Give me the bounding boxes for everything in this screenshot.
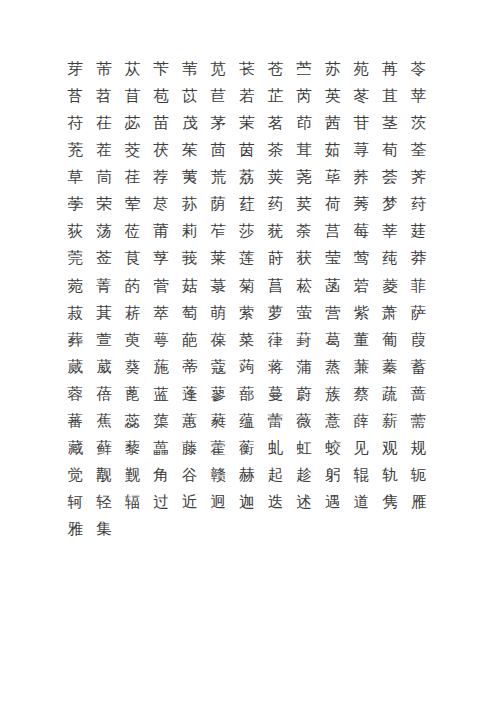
grid-cell: 苓 <box>404 56 433 83</box>
grid-cell: 藏 <box>61 435 90 462</box>
character-grid: 芽芾苁苄苇苋苌苍苎苏苑苒苓苔苕苜苞苡苣若芷芮英苳苴苹苻茌苾苗茂茅茉茗茚茜苷茎茨茺… <box>61 56 433 544</box>
grid-cell: 紫 <box>347 300 376 327</box>
grid-cell: 隽 <box>376 490 405 517</box>
grid-cell: 董 <box>347 327 376 354</box>
grid-cell: 菇 <box>175 273 204 300</box>
grid-cell: 菡 <box>318 273 347 300</box>
grid-cell: 莒 <box>318 219 347 246</box>
grid-cell <box>175 517 204 544</box>
grid-cell: 藤 <box>175 435 204 462</box>
grid-cell <box>233 517 262 544</box>
grid-cell: 茜 <box>318 110 347 137</box>
grid-cell: 蘅 <box>233 435 262 462</box>
grid-cell: 苴 <box>376 83 405 110</box>
grid-cell: 萨 <box>404 300 433 327</box>
grid-cell: 梦 <box>376 191 405 218</box>
grid-cell: 茉 <box>233 110 262 137</box>
grid-cell: 荐 <box>147 164 176 191</box>
grid-cell <box>261 517 290 544</box>
grid-cell: 莛 <box>404 219 433 246</box>
grid-cell: 蔀 <box>233 381 262 408</box>
grid-cell: 葭 <box>404 327 433 354</box>
grid-cell: 莘 <box>376 219 405 246</box>
grid-cell: 雁 <box>404 490 433 517</box>
grid-cell: 萦 <box>233 300 262 327</box>
grid-cell: 荀 <box>376 137 405 164</box>
grid-cell: 苻 <box>61 110 90 137</box>
grid-cell: 茯 <box>147 137 176 164</box>
grid-cell: 葆 <box>204 327 233 354</box>
grid-cell: 虹 <box>290 435 319 462</box>
grid-cell: 草 <box>61 164 90 191</box>
grid-cell: 苁 <box>118 56 147 83</box>
grid-cell: 苕 <box>90 83 119 110</box>
grid-cell: 荭 <box>233 191 262 218</box>
grid-cell: 蕊 <box>118 408 147 435</box>
grid-cell: 荜 <box>318 164 347 191</box>
grid-cell: 茗 <box>261 110 290 137</box>
grid-cell <box>204 517 233 544</box>
grid-cell: 茸 <box>290 137 319 164</box>
grid-cell: 菀 <box>61 273 90 300</box>
grid-cell: 荬 <box>290 191 319 218</box>
grid-cell: 菲 <box>404 273 433 300</box>
grid-cell: 蕴 <box>233 408 262 435</box>
grid-cell: 蒲 <box>290 354 319 381</box>
grid-cell: 苍 <box>261 56 290 83</box>
grid-cell: 觏 <box>90 462 119 489</box>
grid-cell: 蔚 <box>290 381 319 408</box>
grid-cell: 苇 <box>175 56 204 83</box>
grid-cell: 观 <box>376 435 405 462</box>
grid-cell: 荛 <box>290 164 319 191</box>
grid-cell: 苒 <box>376 56 405 83</box>
grid-cell: 过 <box>147 490 176 517</box>
grid-cell: 萁 <box>90 300 119 327</box>
grid-cell: 萼 <box>147 327 176 354</box>
grid-cell: 荸 <box>61 191 90 218</box>
grid-cell: 葛 <box>318 327 347 354</box>
grid-cell: 菊 <box>233 273 262 300</box>
grid-cell: 苾 <box>118 110 147 137</box>
grid-cell: 蓖 <box>118 381 147 408</box>
grid-cell: 茺 <box>61 137 90 164</box>
grid-cell: 趁 <box>290 462 319 489</box>
grid-cell: 辐 <box>118 490 147 517</box>
grid-cell: 葹 <box>147 354 176 381</box>
grid-cell: 蔷 <box>404 381 433 408</box>
grid-cell: 菂 <box>118 273 147 300</box>
grid-cell: 蒂 <box>175 354 204 381</box>
grid-cell: 蒇 <box>61 354 90 381</box>
grid-cell: 辊 <box>347 462 376 489</box>
grid-cell: 起 <box>261 462 290 489</box>
grid-cell: 薇 <box>290 408 319 435</box>
grid-cell: 莞 <box>61 246 90 273</box>
grid-cell: 苌 <box>233 56 262 83</box>
grid-cell: 芽 <box>61 56 90 83</box>
grid-cell: 蓓 <box>90 381 119 408</box>
grid-cell: 药 <box>261 191 290 218</box>
grid-cell: 莳 <box>261 246 290 273</box>
grid-cell: 获 <box>290 246 319 273</box>
grid-cell: 规 <box>404 435 433 462</box>
grid-cell: 芷 <box>261 83 290 110</box>
grid-cell: 荃 <box>404 137 433 164</box>
grid-cell: 藿 <box>204 435 233 462</box>
grid-cell: 萸 <box>118 327 147 354</box>
grid-cell: 苜 <box>118 83 147 110</box>
grid-cell: 蓁 <box>376 354 405 381</box>
grid-cell: 道 <box>347 490 376 517</box>
grid-cell: 苞 <box>147 83 176 110</box>
grid-cell: 葑 <box>290 327 319 354</box>
grid-cell: 觉 <box>61 462 90 489</box>
grid-cell: 蔟 <box>318 381 347 408</box>
grid-cell: 莩 <box>147 246 176 273</box>
grid-cell: 迦 <box>233 490 262 517</box>
grid-cell: 菥 <box>118 300 147 327</box>
grid-cell <box>376 517 405 544</box>
grid-cell: 荨 <box>347 137 376 164</box>
grid-cell: 薷 <box>404 408 433 435</box>
grid-cell: 荼 <box>290 219 319 246</box>
grid-cell: 茛 <box>118 246 147 273</box>
grid-cell: 莅 <box>118 219 147 246</box>
grid-cell: 茵 <box>233 137 262 164</box>
grid-cell: 苄 <box>147 56 176 83</box>
grid-cell: 莸 <box>261 219 290 246</box>
grid-cell: 萱 <box>90 327 119 354</box>
grid-cell: 莱 <box>204 246 233 273</box>
grid-cell: 荩 <box>147 191 176 218</box>
grid-cell <box>147 517 176 544</box>
grid-cell: 薏 <box>318 408 347 435</box>
grid-cell: 荚 <box>261 164 290 191</box>
grid-cell: 荑 <box>175 164 204 191</box>
grid-cell: 菉 <box>204 273 233 300</box>
grid-cell: 近 <box>175 490 204 517</box>
grid-cell: 菜 <box>233 327 262 354</box>
grid-cell: 苷 <box>347 110 376 137</box>
grid-cell: 荤 <box>118 191 147 218</box>
grid-cell <box>318 517 347 544</box>
grid-cell: 蓉 <box>61 381 90 408</box>
grid-cell: 觐 <box>118 462 147 489</box>
grid-cell: 荷 <box>318 191 347 218</box>
grid-cell: 若 <box>233 83 262 110</box>
grid-cell: 芾 <box>90 56 119 83</box>
grid-cell: 苳 <box>347 83 376 110</box>
grid-cell: 葩 <box>175 327 204 354</box>
grid-cell: 苋 <box>204 56 233 83</box>
grid-cell: 菘 <box>290 273 319 300</box>
grid-cell: 薪 <box>376 408 405 435</box>
grid-cell: 雅 <box>61 517 90 544</box>
grid-cell: 荫 <box>204 191 233 218</box>
grid-cell: 葵 <box>118 354 147 381</box>
grid-cell: 葡 <box>376 327 405 354</box>
grid-cell: 遇 <box>318 490 347 517</box>
grid-cell: 荔 <box>233 164 262 191</box>
grid-cell: 迭 <box>261 490 290 517</box>
grid-cell: 蒹 <box>347 354 376 381</box>
grid-cell: 茼 <box>90 164 119 191</box>
grid-cell: 蕙 <box>175 408 204 435</box>
grid-cell: 萧 <box>376 300 405 327</box>
grid-cell: 轭 <box>404 462 433 489</box>
grid-cell: 轨 <box>376 462 405 489</box>
grid-cell: 萝 <box>261 300 290 327</box>
grid-cell: 苎 <box>290 56 319 83</box>
grid-cell: 茌 <box>90 110 119 137</box>
grid-cell: 轻 <box>90 490 119 517</box>
grid-cell: 薛 <box>347 408 376 435</box>
grid-cell: 藓 <box>90 435 119 462</box>
grid-cell: 茬 <box>90 137 119 164</box>
grid-cell: 蕃 <box>61 408 90 435</box>
grid-cell: 蒟 <box>233 354 262 381</box>
grid-cell: 茴 <box>204 137 233 164</box>
grid-cell: 蓼 <box>204 381 233 408</box>
grid-cell: 蔬 <box>376 381 405 408</box>
grid-cell: 茭 <box>118 137 147 164</box>
grid-cell: 蕖 <box>147 408 176 435</box>
grid-cell: 葳 <box>90 354 119 381</box>
grid-cell: 茂 <box>175 110 204 137</box>
grid-cell: 荪 <box>175 191 204 218</box>
grid-cell: 莹 <box>318 246 347 273</box>
grid-cell: 萄 <box>175 300 204 327</box>
grid-cell: 荠 <box>404 164 433 191</box>
grid-cell: 蓬 <box>175 381 204 408</box>
grid-cell: 莶 <box>90 246 119 273</box>
grid-cell: 蔡 <box>347 381 376 408</box>
grid-cell: 菪 <box>347 273 376 300</box>
grid-cell: 苡 <box>175 83 204 110</box>
grid-cell: 荟 <box>376 164 405 191</box>
grid-cell: 蒋 <box>261 354 290 381</box>
grid-cell: 菽 <box>61 300 90 327</box>
grid-cell <box>347 517 376 544</box>
grid-cell: 蓄 <box>404 354 433 381</box>
grid-cell: 茹 <box>318 137 347 164</box>
grid-cell: 英 <box>318 83 347 110</box>
grid-cell: 莲 <box>233 246 262 273</box>
grid-cell: 莓 <box>347 219 376 246</box>
grid-cell: 藟 <box>147 435 176 462</box>
grid-cell: 述 <box>290 490 319 517</box>
grid-cell: 萃 <box>147 300 176 327</box>
grid-cell: 赫 <box>233 462 262 489</box>
grid-cell: 谷 <box>175 462 204 489</box>
grid-cell: 萌 <box>204 300 233 327</box>
grid-cell: 茨 <box>404 110 433 137</box>
grid-cell: 莉 <box>175 219 204 246</box>
grid-cell: 莽 <box>404 246 433 273</box>
grid-cell: 莺 <box>347 246 376 273</box>
grid-cell: 菖 <box>261 273 290 300</box>
grid-cell: 菁 <box>90 273 119 300</box>
grid-cell: 茅 <box>204 110 233 137</box>
grid-cell: 集 <box>90 517 119 544</box>
grid-cell: 藜 <box>118 435 147 462</box>
grid-cell: 荏 <box>118 164 147 191</box>
document-page: 芽芾苁苄苇苋苌苍苎苏苑苒苓苔苕苜苞苡苣若芷芮英苳苴苹苻茌苾苗茂茅茉茗茚茜苷茎茨茺… <box>0 0 500 707</box>
grid-cell: 荡 <box>90 219 119 246</box>
grid-cell: 蛟 <box>318 435 347 462</box>
grid-cell: 莼 <box>376 246 405 273</box>
grid-cell: 躬 <box>318 462 347 489</box>
grid-cell: 荞 <box>347 164 376 191</box>
grid-cell: 轲 <box>61 490 90 517</box>
grid-cell: 苏 <box>318 56 347 83</box>
grid-cell <box>290 517 319 544</box>
grid-cell: 茚 <box>290 110 319 137</box>
grid-cell: 莆 <box>147 219 176 246</box>
grid-cell: 蒸 <box>318 354 347 381</box>
grid-cell: 蕾 <box>261 408 290 435</box>
grid-cell: 茎 <box>376 110 405 137</box>
grid-cell: 莠 <box>347 191 376 218</box>
grid-cell: 迥 <box>204 490 233 517</box>
grid-cell: 葬 <box>61 327 90 354</box>
grid-cell: 荣 <box>90 191 119 218</box>
grid-cell: 荮 <box>404 191 433 218</box>
grid-cell: 蕤 <box>204 408 233 435</box>
grid-cell: 蕉 <box>90 408 119 435</box>
grid-cell: 苗 <box>147 110 176 137</box>
grid-cell: 营 <box>318 300 347 327</box>
grid-cell: 茱 <box>175 137 204 164</box>
grid-cell: 茶 <box>261 137 290 164</box>
grid-cell: 苹 <box>404 83 433 110</box>
grid-cell: 见 <box>347 435 376 462</box>
grid-cell: 菅 <box>147 273 176 300</box>
grid-cell: 苲 <box>204 219 233 246</box>
grid-cell: 莎 <box>233 219 262 246</box>
grid-cell: 角 <box>147 462 176 489</box>
grid-cell: 菱 <box>376 273 405 300</box>
grid-cell: 蔻 <box>204 354 233 381</box>
grid-cell: 蔓 <box>261 381 290 408</box>
grid-cell: 芮 <box>290 83 319 110</box>
grid-cell <box>118 517 147 544</box>
grid-cell <box>404 517 433 544</box>
grid-cell: 莪 <box>175 246 204 273</box>
grid-cell: 萤 <box>290 300 319 327</box>
grid-cell: 苑 <box>347 56 376 83</box>
grid-cell: 苣 <box>204 83 233 110</box>
grid-cell: 苔 <box>61 83 90 110</box>
grid-cell: 荻 <box>61 219 90 246</box>
grid-cell: 虬 <box>261 435 290 462</box>
grid-cell: 葎 <box>261 327 290 354</box>
grid-cell: 蓝 <box>147 381 176 408</box>
grid-cell: 荒 <box>204 164 233 191</box>
grid-cell: 赣 <box>204 462 233 489</box>
